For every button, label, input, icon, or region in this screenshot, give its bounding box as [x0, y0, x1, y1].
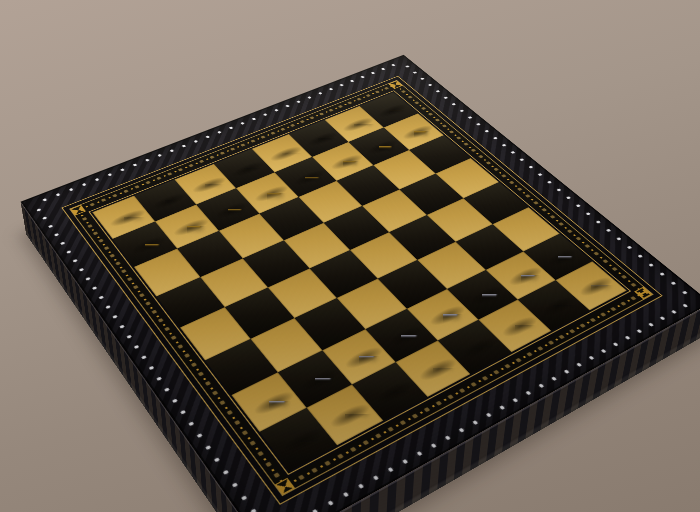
piece-shadow	[393, 120, 442, 145]
piece-shadow	[368, 99, 417, 123]
piece-glyph: ♜	[245, 382, 350, 448]
photo-backdrop: ♜♞♝♛♚♝♞♜♟♟♟♟♟♟♟♟♟♟♟♟♟♟♟♟♜♞♝♛♚♝♞♜	[0, 0, 700, 512]
chess-case: ♜♞♝♛♚♝♞♜♟♟♟♟♟♟♟♟♟♟♟♟♟♟♟♟♜♞♝♛♚♝♞♜	[20, 55, 700, 512]
